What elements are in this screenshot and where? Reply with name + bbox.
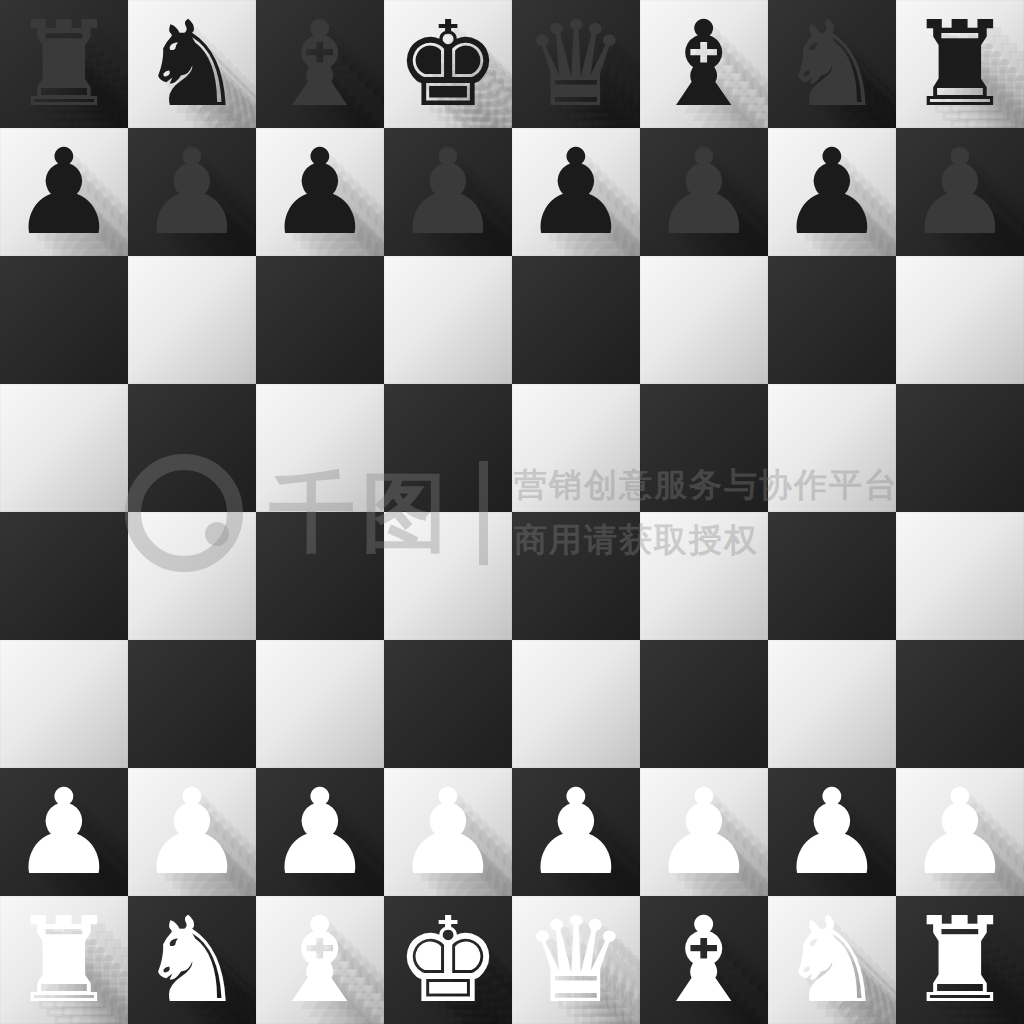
square-h5[interactable] — [896, 384, 1024, 512]
square-e8[interactable]: ♛ — [512, 0, 640, 128]
piece-black-pawn-e7[interactable]: ♟ — [523, 133, 629, 251]
square-a6[interactable] — [0, 256, 128, 384]
square-f2[interactable]: ♟ — [640, 768, 768, 896]
piece-black-pawn-h7[interactable]: ♟ — [907, 133, 1013, 251]
square-e5[interactable] — [512, 384, 640, 512]
square-b3[interactable] — [128, 640, 256, 768]
square-d2[interactable]: ♟ — [384, 768, 512, 896]
square-g7[interactable]: ♟ — [768, 128, 896, 256]
square-c5[interactable] — [256, 384, 384, 512]
square-f3[interactable] — [640, 640, 768, 768]
piece-white-pawn-h2[interactable]: ♟ — [907, 773, 1013, 891]
piece-black-pawn-g7[interactable]: ♟ — [779, 133, 885, 251]
square-h1[interactable]: ♜ — [896, 896, 1024, 1024]
square-d7[interactable]: ♟ — [384, 128, 512, 256]
square-f6[interactable] — [640, 256, 768, 384]
square-h7[interactable]: ♟ — [896, 128, 1024, 256]
piece-white-pawn-a2[interactable]: ♟ — [11, 773, 117, 891]
square-a5[interactable] — [0, 384, 128, 512]
square-e3[interactable] — [512, 640, 640, 768]
piece-white-pawn-e2[interactable]: ♟ — [523, 773, 629, 891]
chess-board: ♜♞♝♚♛♝♞♜♟♟♟♟♟♟♟♟♟♟♟♟♟♟♟♟♜♞♝♚♛♝♞♜ — [0, 0, 1024, 1024]
piece-black-queen-e8[interactable]: ♛ — [523, 5, 629, 123]
square-g5[interactable] — [768, 384, 896, 512]
square-g6[interactable] — [768, 256, 896, 384]
square-a2[interactable]: ♟ — [0, 768, 128, 896]
square-a1[interactable]: ♜ — [0, 896, 128, 1024]
square-e7[interactable]: ♟ — [512, 128, 640, 256]
square-g8[interactable]: ♞ — [768, 0, 896, 128]
square-e2[interactable]: ♟ — [512, 768, 640, 896]
square-g3[interactable] — [768, 640, 896, 768]
square-b2[interactable]: ♟ — [128, 768, 256, 896]
piece-black-pawn-b7[interactable]: ♟ — [139, 133, 245, 251]
piece-white-pawn-f2[interactable]: ♟ — [651, 773, 757, 891]
piece-white-pawn-c2[interactable]: ♟ — [267, 773, 373, 891]
square-h6[interactable] — [896, 256, 1024, 384]
square-c1[interactable]: ♝ — [256, 896, 384, 1024]
piece-white-queen-e1[interactable]: ♛ — [523, 901, 629, 1019]
piece-white-pawn-b2[interactable]: ♟ — [139, 773, 245, 891]
square-f8[interactable]: ♝ — [640, 0, 768, 128]
square-a3[interactable] — [0, 640, 128, 768]
piece-white-pawn-g2[interactable]: ♟ — [779, 773, 885, 891]
piece-white-knight-g1[interactable]: ♞ — [779, 901, 885, 1019]
square-c6[interactable] — [256, 256, 384, 384]
piece-white-bishop-c1[interactable]: ♝ — [267, 901, 373, 1019]
piece-black-knight-b8[interactable]: ♞ — [139, 5, 245, 123]
square-h8[interactable]: ♜ — [896, 0, 1024, 128]
piece-white-pawn-d2[interactable]: ♟ — [395, 773, 501, 891]
piece-black-rook-a8[interactable]: ♜ — [11, 5, 117, 123]
square-g2[interactable]: ♟ — [768, 768, 896, 896]
square-d4[interactable] — [384, 512, 512, 640]
square-h4[interactable] — [896, 512, 1024, 640]
square-h2[interactable]: ♟ — [896, 768, 1024, 896]
square-a4[interactable] — [0, 512, 128, 640]
square-a8[interactable]: ♜ — [0, 0, 128, 128]
square-e6[interactable] — [512, 256, 640, 384]
square-b6[interactable] — [128, 256, 256, 384]
piece-black-bishop-c8[interactable]: ♝ — [267, 5, 373, 123]
square-d8[interactable]: ♚ — [384, 0, 512, 128]
square-d3[interactable] — [384, 640, 512, 768]
piece-black-pawn-c7[interactable]: ♟ — [267, 133, 373, 251]
square-d6[interactable] — [384, 256, 512, 384]
piece-white-knight-b1[interactable]: ♞ — [139, 901, 245, 1019]
square-a7[interactable]: ♟ — [0, 128, 128, 256]
square-c3[interactable] — [256, 640, 384, 768]
piece-black-pawn-d7[interactable]: ♟ — [395, 133, 501, 251]
piece-white-rook-a1[interactable]: ♜ — [11, 901, 117, 1019]
square-c7[interactable]: ♟ — [256, 128, 384, 256]
square-b5[interactable] — [128, 384, 256, 512]
square-c8[interactable]: ♝ — [256, 0, 384, 128]
square-f5[interactable] — [640, 384, 768, 512]
piece-black-bishop-f8[interactable]: ♝ — [651, 5, 757, 123]
square-g1[interactable]: ♞ — [768, 896, 896, 1024]
piece-black-knight-g8[interactable]: ♞ — [779, 5, 885, 123]
piece-white-rook-h1[interactable]: ♜ — [907, 901, 1013, 1019]
square-f4[interactable] — [640, 512, 768, 640]
square-g4[interactable] — [768, 512, 896, 640]
piece-white-bishop-f1[interactable]: ♝ — [651, 901, 757, 1019]
square-f1[interactable]: ♝ — [640, 896, 768, 1024]
square-b1[interactable]: ♞ — [128, 896, 256, 1024]
piece-white-king-d1[interactable]: ♚ — [395, 901, 501, 1019]
square-e4[interactable] — [512, 512, 640, 640]
piece-black-king-d8[interactable]: ♚ — [395, 5, 501, 123]
square-c4[interactable] — [256, 512, 384, 640]
square-b8[interactable]: ♞ — [128, 0, 256, 128]
square-b4[interactable] — [128, 512, 256, 640]
square-d1[interactable]: ♚ — [384, 896, 512, 1024]
square-e1[interactable]: ♛ — [512, 896, 640, 1024]
square-f7[interactable]: ♟ — [640, 128, 768, 256]
square-d5[interactable] — [384, 384, 512, 512]
square-b7[interactable]: ♟ — [128, 128, 256, 256]
piece-black-pawn-a7[interactable]: ♟ — [11, 133, 117, 251]
piece-black-rook-h8[interactable]: ♜ — [907, 5, 1013, 123]
square-h3[interactable] — [896, 640, 1024, 768]
square-c2[interactable]: ♟ — [256, 768, 384, 896]
piece-black-pawn-f7[interactable]: ♟ — [651, 133, 757, 251]
